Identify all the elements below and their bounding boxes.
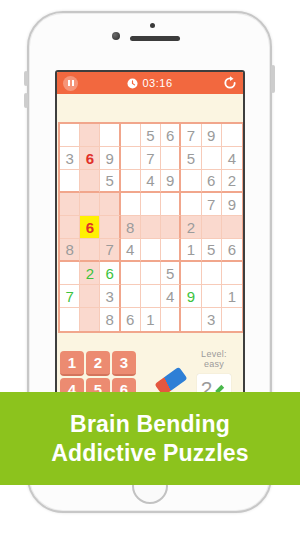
pause-icon xyxy=(72,80,74,86)
cell-r1c2[interactable] xyxy=(80,124,100,147)
app-topbar: 03:16 xyxy=(57,72,243,94)
cell-r8c4[interactable] xyxy=(121,285,141,308)
cell-r3c4[interactable] xyxy=(121,170,141,193)
cell-r1c1[interactable] xyxy=(60,124,80,147)
volume-down-button xyxy=(24,93,28,108)
cell-r9c5[interactable]: 1 xyxy=(141,308,161,331)
cell-r6c5[interactable] xyxy=(141,239,161,262)
cell-r4c8[interactable]: 7 xyxy=(202,193,222,216)
cell-r7c7[interactable] xyxy=(181,262,201,285)
cell-r2c4[interactable] xyxy=(121,147,141,170)
clock-icon xyxy=(127,78,138,89)
cell-r8c1[interactable]: 7 xyxy=(60,285,80,308)
cell-r4c1[interactable] xyxy=(60,193,80,216)
cell-r9c9[interactable] xyxy=(222,308,242,331)
cell-r1c4[interactable] xyxy=(121,124,141,147)
cell-r6c6[interactable] xyxy=(161,239,181,262)
cell-r5c2[interactable]: 6 xyxy=(80,216,100,239)
cell-r5c5[interactable] xyxy=(141,216,161,239)
cell-r6c3[interactable]: 7 xyxy=(100,239,120,262)
cell-r3c8[interactable]: 6 xyxy=(202,170,222,193)
cell-r4c5[interactable] xyxy=(141,193,161,216)
volume-up-button xyxy=(24,71,28,86)
cell-r9c7[interactable] xyxy=(181,308,201,331)
cell-r2c7[interactable]: 5 xyxy=(181,147,201,170)
cell-r5c7[interactable]: 2 xyxy=(181,216,201,239)
cell-r3c7[interactable] xyxy=(181,170,201,193)
restart-button[interactable] xyxy=(222,76,237,91)
cell-r5c8[interactable] xyxy=(202,216,222,239)
earpiece-speaker xyxy=(130,36,180,41)
level-label: Level: easy xyxy=(192,349,236,369)
cell-r4c4[interactable] xyxy=(121,193,141,216)
timer-value: 03:16 xyxy=(142,77,172,89)
banner-line2: Addictive Puzzles xyxy=(51,439,249,468)
cell-r1c8[interactable]: 9 xyxy=(202,124,222,147)
cell-r9c6[interactable] xyxy=(161,308,181,331)
cell-r8c9[interactable]: 1 xyxy=(222,285,242,308)
cell-r9c8[interactable]: 3 xyxy=(202,308,222,331)
cell-r7c6[interactable]: 5 xyxy=(161,262,181,285)
cell-r7c4[interactable] xyxy=(121,262,141,285)
cell-r9c1[interactable] xyxy=(60,308,80,331)
cell-r4c2[interactable] xyxy=(80,193,100,216)
cell-r9c4[interactable]: 6 xyxy=(121,308,141,331)
cell-r8c7[interactable]: 9 xyxy=(181,285,201,308)
cell-r4c6[interactable] xyxy=(161,193,181,216)
cell-r3c6[interactable]: 9 xyxy=(161,170,181,193)
cell-r7c5[interactable] xyxy=(141,262,161,285)
cell-r6c1[interactable]: 8 xyxy=(60,239,80,262)
cell-r4c3[interactable] xyxy=(100,193,120,216)
cell-r9c2[interactable] xyxy=(80,308,100,331)
cell-r4c7[interactable] xyxy=(181,193,201,216)
cell-r2c6[interactable] xyxy=(161,147,181,170)
cell-r8c3[interactable]: 3 xyxy=(100,285,120,308)
pause-icon xyxy=(68,80,70,86)
cell-r8c5[interactable] xyxy=(141,285,161,308)
cell-r8c2[interactable] xyxy=(80,285,100,308)
sensor-dot xyxy=(150,23,155,28)
banner-line1: Brain Bending xyxy=(70,410,230,439)
cell-r2c1[interactable]: 3 xyxy=(60,147,80,170)
sudoku-board: 56793697545496279682874156265734918613 xyxy=(58,122,244,333)
cell-r2c9[interactable]: 4 xyxy=(222,147,242,170)
cell-r4c9[interactable]: 9 xyxy=(222,193,242,216)
cell-r5c3[interactable] xyxy=(100,216,120,239)
numpad-button-2[interactable]: 2 xyxy=(86,351,110,376)
timer: 03:16 xyxy=(78,77,222,89)
cell-r7c8[interactable] xyxy=(202,262,222,285)
cell-r1c9[interactable] xyxy=(222,124,242,147)
cell-r6c9[interactable]: 6 xyxy=(222,239,242,262)
cell-r7c3[interactable]: 6 xyxy=(100,262,120,285)
cell-r5c9[interactable] xyxy=(222,216,242,239)
cell-r3c2[interactable] xyxy=(80,170,100,193)
cell-r2c8[interactable] xyxy=(202,147,222,170)
cell-r5c6[interactable] xyxy=(161,216,181,239)
cell-r1c5[interactable]: 5 xyxy=(141,124,161,147)
refresh-icon xyxy=(223,76,237,90)
cell-r9c3[interactable]: 8 xyxy=(100,308,120,331)
cell-r6c2[interactable] xyxy=(80,239,100,262)
cell-r7c9[interactable] xyxy=(222,262,242,285)
app-screenshot: 03:16 5679369754549627968287415626573491… xyxy=(55,70,245,408)
cell-r7c1[interactable] xyxy=(60,262,80,285)
cell-r1c3[interactable] xyxy=(100,124,120,147)
cell-r3c3[interactable]: 5 xyxy=(100,170,120,193)
cell-r6c4[interactable]: 4 xyxy=(121,239,141,262)
cell-r5c1[interactable] xyxy=(60,216,80,239)
front-camera xyxy=(112,32,120,40)
promo-banner: Brain Bending Addictive Puzzles xyxy=(0,392,300,485)
cell-r7c2[interactable]: 2 xyxy=(80,262,100,285)
power-button xyxy=(271,65,275,93)
numpad-button-1[interactable]: 1 xyxy=(60,351,84,376)
cell-r2c2[interactable]: 6 xyxy=(80,147,100,170)
cell-r3c5[interactable]: 4 xyxy=(141,170,161,193)
cell-r8c6[interactable]: 4 xyxy=(161,285,181,308)
cell-r8c8[interactable] xyxy=(202,285,222,308)
cell-r3c1[interactable] xyxy=(60,170,80,193)
page-background: 03:16 5679369754549627968287415626573491… xyxy=(0,0,300,533)
cell-r1c7[interactable]: 7 xyxy=(181,124,201,147)
cell-r3c9[interactable]: 2 xyxy=(222,170,242,193)
cell-r5c4[interactable]: 8 xyxy=(121,216,141,239)
cell-r6c7[interactable]: 1 xyxy=(181,239,201,262)
cell-r2c3[interactable]: 9 xyxy=(100,147,120,170)
cell-r2c5[interactable]: 7 xyxy=(141,147,161,170)
cell-r1c6[interactable]: 6 xyxy=(161,124,181,147)
pause-button[interactable] xyxy=(63,76,78,91)
numpad-button-3[interactable]: 3 xyxy=(112,351,136,376)
cell-r6c8[interactable]: 5 xyxy=(202,239,222,262)
